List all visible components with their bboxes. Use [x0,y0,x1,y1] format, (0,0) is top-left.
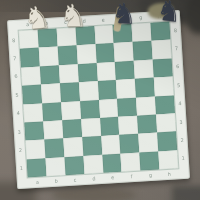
square-c3[interactable] [62,119,82,138]
square-d2[interactable] [82,136,102,155]
square-b2[interactable] [44,138,64,157]
square-c6[interactable] [59,64,79,83]
square-f3[interactable] [118,116,138,135]
square-d6[interactable] [77,63,97,82]
square-e2[interactable] [101,135,121,154]
file-label-a: a [28,177,47,187]
rank-label-4: 4 [175,94,185,113]
square-b1[interactable] [45,157,65,176]
square-b6[interactable] [40,65,60,84]
square-b4[interactable] [42,102,62,121]
square-d5[interactable] [79,81,99,100]
square-e5[interactable] [97,80,117,99]
rank-label-3: 3 [176,113,186,132]
square-a4[interactable] [23,103,43,122]
square-h1[interactable] [158,150,178,169]
file-label-g: g [141,170,160,180]
file-label-c: c [65,175,84,185]
rank-label-2: 2 [177,131,187,150]
square-h5[interactable] [154,77,174,96]
square-g4[interactable] [136,96,156,115]
black-knight-1[interactable]: ♞ [111,0,137,29]
square-g7[interactable] [133,41,153,60]
square-g2[interactable] [138,133,158,152]
square-f1[interactable] [121,152,141,171]
square-a7[interactable] [20,48,40,67]
photo-layer: abcdefgh abcdefgh 87654321 87654321 ♞♞♞♞ [0,0,200,200]
file-label-b: b [47,176,66,186]
shadow-bottom-right [172,186,200,200]
square-c5[interactable] [60,82,80,101]
square-b3[interactable] [43,120,63,139]
square-g1[interactable] [140,151,160,170]
square-g3[interactable] [137,114,157,133]
rank-label-6: 6 [11,67,21,86]
square-a5[interactable] [22,85,42,104]
square-h7[interactable] [152,40,172,59]
file-label-e: e [93,15,112,25]
rank-label-5: 5 [174,76,184,95]
square-e1[interactable] [102,153,122,172]
rank-label-7: 7 [10,49,20,68]
board-grid [19,22,179,178]
rank-label-7: 7 [171,39,181,58]
square-f6[interactable] [115,61,135,80]
white-knight-1[interactable]: ♞ [22,1,53,35]
rank-label-6: 6 [173,58,183,77]
black-knight-2[interactable]: ♞ [155,0,184,27]
file-label-e: e [103,173,122,183]
square-d3[interactable] [81,118,101,137]
square-h2[interactable] [157,132,177,151]
square-g6[interactable] [134,59,154,78]
rank-label-8: 8 [9,31,19,50]
scene: abcdefgh abcdefgh 87654321 87654321 ♞♞♞♞ [0,0,200,200]
square-c2[interactable] [63,137,83,156]
rank-label-4: 4 [13,104,23,123]
file-label-d: d [84,174,103,184]
white-knight-2[interactable]: ♞ [59,0,88,32]
chess-board: abcdefgh abcdefgh 87654321 87654321 ♞♞♞♞ [7,10,190,189]
square-a6[interactable] [21,66,41,85]
square-a2[interactable] [25,140,45,159]
square-e6[interactable] [96,62,116,81]
rank-label-1: 1 [17,159,27,178]
square-f5[interactable] [116,79,136,98]
square-e4[interactable] [99,98,119,117]
square-a3[interactable] [24,121,44,140]
square-g5[interactable] [135,78,155,97]
square-h3[interactable] [156,113,176,132]
square-c1[interactable] [64,156,84,175]
rank-label-5: 5 [12,86,22,105]
square-c7[interactable] [57,46,77,65]
square-a1[interactable] [27,158,47,177]
rank-label-3: 3 [14,123,24,142]
square-b5[interactable] [41,83,61,102]
square-f7[interactable] [114,42,134,61]
square-b7[interactable] [39,47,59,66]
rank-label-2: 2 [15,141,25,160]
square-d1[interactable] [83,155,103,174]
square-e3[interactable] [100,117,120,136]
square-f4[interactable] [117,97,137,116]
square-h4[interactable] [155,95,175,114]
rank-label-1: 1 [178,149,188,168]
square-f2[interactable] [120,134,140,153]
file-label-f: f [122,172,141,182]
square-d4[interactable] [80,100,100,119]
square-h6[interactable] [153,58,173,77]
square-c4[interactable] [61,101,81,120]
table-stain [52,187,136,200]
file-label-h: h [160,169,179,179]
square-d7[interactable] [76,44,96,63]
square-e7[interactable] [95,43,115,62]
